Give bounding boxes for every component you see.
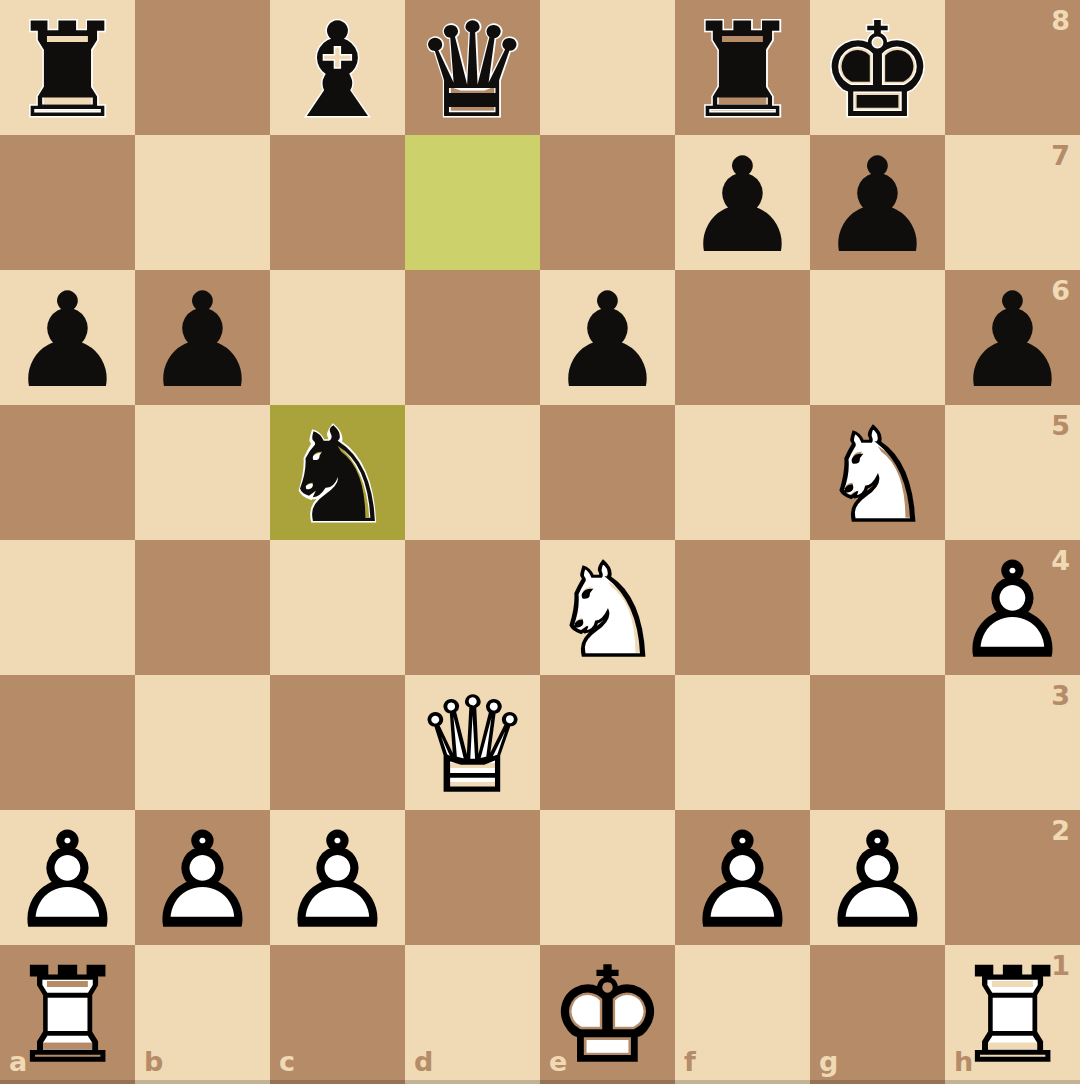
square-g2[interactable]: ♟♙ [810, 810, 945, 945]
square-h3[interactable]: 3 [945, 675, 1080, 810]
piece-white-rook[interactable]: ♜♖ [945, 945, 1080, 1080]
file-label-g: g [819, 1046, 838, 1077]
piece-black-king[interactable]: ♔♚ [810, 0, 945, 135]
piece-black-pawn[interactable]: ♟ [945, 270, 1080, 405]
square-d4[interactable] [405, 540, 540, 675]
square-f3[interactable] [675, 675, 810, 810]
rank-label-2: 2 [1051, 815, 1070, 846]
piece-glyph: ♙ [810, 810, 945, 945]
piece-glyph: ♖ [945, 945, 1080, 1080]
file-label-c: c [279, 1046, 295, 1077]
square-h2[interactable]: 2 [945, 810, 1080, 945]
square-b1[interactable]: b [135, 945, 270, 1080]
square-g7[interactable]: ♟ [810, 135, 945, 270]
square-c2[interactable]: ♟♙ [270, 810, 405, 945]
piece-white-king[interactable]: ♚♔ [540, 945, 675, 1080]
file-label-f: f [684, 1046, 696, 1077]
square-d2[interactable] [405, 810, 540, 945]
piece-white-rook[interactable]: ♜♖ [0, 945, 135, 1080]
square-e6[interactable]: ♟ [540, 270, 675, 405]
square-c7[interactable] [270, 135, 405, 270]
piece-white-pawn[interactable]: ♟♙ [135, 810, 270, 945]
piece-white-pawn[interactable]: ♟♙ [0, 810, 135, 945]
square-b5[interactable] [135, 405, 270, 540]
page: ♖♜♗♝♕♛♖♜♔♚8♟♟7♟♟♟♟6♘♞♞♘5♞♘♟♙4♛♕3♟♙♟♙♟♙♟♙… [0, 0, 1080, 1084]
piece-black-queen[interactable]: ♕♛ [405, 0, 540, 135]
square-b4[interactable] [135, 540, 270, 675]
piece-glyph: ♟ [945, 270, 1080, 405]
piece-glyph: ♕ [405, 675, 540, 810]
square-c3[interactable] [270, 675, 405, 810]
piece-glyph: ♞ [270, 405, 405, 540]
square-f8[interactable]: ♖♜ [675, 0, 810, 135]
square-h8[interactable]: 8 [945, 0, 1080, 135]
square-a4[interactable] [0, 540, 135, 675]
board-edge-cell [405, 1080, 540, 1084]
square-e4[interactable]: ♞♘ [540, 540, 675, 675]
piece-white-pawn[interactable]: ♟♙ [945, 540, 1080, 675]
square-g5[interactable]: ♞♘ [810, 405, 945, 540]
piece-black-pawn[interactable]: ♟ [540, 270, 675, 405]
piece-glyph: ♚ [810, 0, 945, 135]
rank-label-8: 8 [1051, 5, 1070, 36]
square-d1[interactable]: d [405, 945, 540, 1080]
square-b3[interactable] [135, 675, 270, 810]
square-d5[interactable] [405, 405, 540, 540]
square-d7[interactable] [405, 135, 540, 270]
rank-label-5: 5 [1051, 410, 1070, 441]
piece-black-pawn[interactable]: ♟ [675, 135, 810, 270]
piece-black-pawn[interactable]: ♟ [0, 270, 135, 405]
square-d3[interactable]: ♛♕ [405, 675, 540, 810]
square-a7[interactable] [0, 135, 135, 270]
square-e8[interactable] [540, 0, 675, 135]
square-h7[interactable]: 7 [945, 135, 1080, 270]
square-g1[interactable]: g [810, 945, 945, 1080]
piece-white-knight[interactable]: ♞♘ [810, 405, 945, 540]
piece-glyph: ♛ [405, 0, 540, 135]
square-f7[interactable]: ♟ [675, 135, 810, 270]
piece-glyph: ♙ [135, 810, 270, 945]
square-a1[interactable]: ♜♖a [0, 945, 135, 1080]
piece-glyph: ♙ [0, 810, 135, 945]
rank-label-3: 3 [1051, 680, 1070, 711]
square-g3[interactable] [810, 675, 945, 810]
square-f4[interactable] [675, 540, 810, 675]
piece-black-rook[interactable]: ♖♜ [675, 0, 810, 135]
piece-glyph: ♙ [675, 810, 810, 945]
piece-glyph: ♙ [270, 810, 405, 945]
piece-black-pawn[interactable]: ♟ [135, 270, 270, 405]
chess-board: ♖♜♗♝♕♛♖♜♔♚8♟♟7♟♟♟♟6♘♞♞♘5♞♘♟♙4♛♕3♟♙♟♙♟♙♟♙… [0, 0, 1080, 1080]
square-f5[interactable] [675, 405, 810, 540]
square-f1[interactable]: f [675, 945, 810, 1080]
board-edge-cell [810, 1080, 945, 1084]
square-c4[interactable] [270, 540, 405, 675]
square-d6[interactable] [405, 270, 540, 405]
square-h6[interactable]: ♟6 [945, 270, 1080, 405]
square-b7[interactable] [135, 135, 270, 270]
piece-glyph: ♘ [540, 540, 675, 675]
rank-label-7: 7 [1051, 140, 1070, 171]
board-edge-cell [135, 1080, 270, 1084]
board-edge-cell [270, 1080, 405, 1084]
piece-glyph: ♟ [0, 270, 135, 405]
square-a3[interactable] [0, 675, 135, 810]
square-h1[interactable]: ♜♖1h [945, 945, 1080, 1080]
piece-white-pawn[interactable]: ♟♙ [270, 810, 405, 945]
piece-glyph: ♔ [540, 945, 675, 1080]
square-h4[interactable]: ♟♙4 [945, 540, 1080, 675]
file-label-d: d [414, 1046, 433, 1077]
piece-white-pawn[interactable]: ♟♙ [675, 810, 810, 945]
piece-white-queen[interactable]: ♛♕ [405, 675, 540, 810]
piece-glyph: ♖ [0, 945, 135, 1080]
piece-glyph: ♟ [810, 135, 945, 270]
square-d8[interactable]: ♕♛ [405, 0, 540, 135]
piece-black-bishop[interactable]: ♗♝ [270, 0, 405, 135]
piece-glyph: ♘ [810, 405, 945, 540]
piece-black-rook[interactable]: ♖♜ [0, 0, 135, 135]
square-c5[interactable]: ♘♞ [270, 405, 405, 540]
square-e5[interactable] [540, 405, 675, 540]
piece-glyph: ♜ [675, 0, 810, 135]
board-edge-cell [675, 1080, 810, 1084]
piece-black-pawn[interactable]: ♟ [810, 135, 945, 270]
square-b8[interactable] [135, 0, 270, 135]
piece-glyph: ♟ [135, 270, 270, 405]
square-g8[interactable]: ♔♚ [810, 0, 945, 135]
piece-white-knight[interactable]: ♞♘ [540, 540, 675, 675]
square-g6[interactable] [810, 270, 945, 405]
piece-white-pawn[interactable]: ♟♙ [810, 810, 945, 945]
square-c6[interactable] [270, 270, 405, 405]
square-f6[interactable] [675, 270, 810, 405]
square-a8[interactable]: ♖♜ [0, 0, 135, 135]
square-e1[interactable]: ♚♔e [540, 945, 675, 1080]
square-b2[interactable]: ♟♙ [135, 810, 270, 945]
piece-glyph: ♙ [945, 540, 1080, 675]
square-b6[interactable]: ♟ [135, 270, 270, 405]
square-c8[interactable]: ♗♝ [270, 0, 405, 135]
square-a2[interactable]: ♟♙ [0, 810, 135, 945]
square-e2[interactable] [540, 810, 675, 945]
square-a5[interactable] [0, 405, 135, 540]
file-label-b: b [144, 1046, 163, 1077]
piece-glyph: ♜ [0, 0, 135, 135]
square-c1[interactable]: c [270, 945, 405, 1080]
square-f2[interactable]: ♟♙ [675, 810, 810, 945]
square-a6[interactable]: ♟ [0, 270, 135, 405]
piece-glyph: ♟ [540, 270, 675, 405]
square-e3[interactable] [540, 675, 675, 810]
board-bottom-edge [0, 1080, 1080, 1084]
piece-glyph: ♝ [270, 0, 405, 135]
square-g4[interactable] [810, 540, 945, 675]
square-e7[interactable] [540, 135, 675, 270]
square-h5[interactable]: 5 [945, 405, 1080, 540]
piece-glyph: ♟ [675, 135, 810, 270]
piece-black-knight[interactable]: ♘♞ [270, 405, 405, 540]
